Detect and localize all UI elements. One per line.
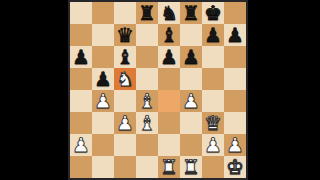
square-a4[interactable] [70,90,92,112]
square-g1[interactable] [202,156,224,178]
white-king-h1[interactable]: ♚ [224,156,246,178]
white-rook-f1[interactable]: ♜ [180,156,202,178]
square-b3[interactable] [92,112,114,134]
white-pawn-c3[interactable]: ♟ [114,112,136,134]
black-pawn-a6[interactable]: ♟ [70,46,92,68]
square-c3[interactable]: ♟ [114,112,136,134]
square-d8[interactable]: ♜ [136,2,158,24]
square-e4[interactable] [158,90,180,112]
square-a6[interactable]: ♟ [70,46,92,68]
square-h2[interactable]: ♟ [224,134,246,156]
square-a1[interactable] [70,156,92,178]
black-rook-f8[interactable]: ♜ [180,2,202,24]
chess-board-frame: ♜♞♜♚♛♝♟♟♟♝♟♟♟♞♟♝♟♟♝♛♟♟♟♜♜♚ [68,0,248,180]
square-h1[interactable]: ♚ [224,156,246,178]
square-h6[interactable] [224,46,246,68]
square-d5[interactable] [136,68,158,90]
white-queen-g3[interactable]: ♛ [202,112,224,134]
square-d2[interactable] [136,134,158,156]
black-bishop-e7[interactable]: ♝ [158,24,180,46]
square-f3[interactable] [180,112,202,134]
square-e6[interactable]: ♟ [158,46,180,68]
white-bishop-d3[interactable]: ♝ [136,112,158,134]
square-d4[interactable]: ♝ [136,90,158,112]
white-pawn-g2[interactable]: ♟ [202,134,224,156]
white-pawn-h2[interactable]: ♟ [224,134,246,156]
white-pawn-f4[interactable]: ♟ [180,90,202,112]
square-e7[interactable]: ♝ [158,24,180,46]
square-f4[interactable]: ♟ [180,90,202,112]
square-d3[interactable]: ♝ [136,112,158,134]
white-pawn-a2[interactable]: ♟ [70,134,92,156]
square-h7[interactable]: ♟ [224,24,246,46]
square-c2[interactable] [114,134,136,156]
black-bishop-c6[interactable]: ♝ [114,46,136,68]
square-h4[interactable] [224,90,246,112]
square-f7[interactable] [180,24,202,46]
square-c5[interactable]: ♞ [114,68,136,90]
square-g3[interactable]: ♛ [202,112,224,134]
square-a8[interactable] [70,2,92,24]
black-queen-c7[interactable]: ♛ [114,24,136,46]
square-f1[interactable]: ♜ [180,156,202,178]
square-c6[interactable]: ♝ [114,46,136,68]
square-h3[interactable] [224,112,246,134]
square-d6[interactable] [136,46,158,68]
square-d1[interactable] [136,156,158,178]
square-e8[interactable]: ♞ [158,2,180,24]
square-e5[interactable] [158,68,180,90]
square-f6[interactable]: ♟ [180,46,202,68]
square-a5[interactable] [70,68,92,90]
black-king-g8[interactable]: ♚ [202,2,224,24]
square-g7[interactable]: ♟ [202,24,224,46]
square-g5[interactable] [202,68,224,90]
square-b4[interactable]: ♟ [92,90,114,112]
square-g6[interactable] [202,46,224,68]
square-g8[interactable]: ♚ [202,2,224,24]
square-a7[interactable] [70,24,92,46]
black-pawn-e6[interactable]: ♟ [158,46,180,68]
black-pawn-g7[interactable]: ♟ [202,24,224,46]
square-e2[interactable] [158,134,180,156]
white-rook-e1[interactable]: ♜ [158,156,180,178]
square-g4[interactable] [202,90,224,112]
square-b5[interactable]: ♟ [92,68,114,90]
video-frame: ♜♞♜♚♛♝♟♟♟♝♟♟♟♞♟♝♟♟♝♛♟♟♟♜♜♚ [0,0,320,180]
white-knight-c5[interactable]: ♞ [114,68,136,90]
square-a2[interactable]: ♟ [70,134,92,156]
chess-board: ♜♞♜♚♛♝♟♟♟♝♟♟♟♞♟♝♟♟♝♛♟♟♟♜♜♚ [70,2,246,178]
square-c1[interactable] [114,156,136,178]
square-b6[interactable] [92,46,114,68]
square-g2[interactable]: ♟ [202,134,224,156]
square-h5[interactable] [224,68,246,90]
black-pawn-h7[interactable]: ♟ [224,24,246,46]
square-e1[interactable]: ♜ [158,156,180,178]
white-bishop-d4[interactable]: ♝ [136,90,158,112]
square-e3[interactable] [158,112,180,134]
square-c8[interactable] [114,2,136,24]
square-d7[interactable] [136,24,158,46]
square-f5[interactable] [180,68,202,90]
square-f8[interactable]: ♜ [180,2,202,24]
square-f2[interactable] [180,134,202,156]
square-b2[interactable] [92,134,114,156]
square-b8[interactable] [92,2,114,24]
square-b1[interactable] [92,156,114,178]
white-pawn-b4[interactable]: ♟ [92,90,114,112]
square-h8[interactable] [224,2,246,24]
square-b7[interactable] [92,24,114,46]
square-c4[interactable] [114,90,136,112]
black-pawn-f6[interactable]: ♟ [180,46,202,68]
black-pawn-b5[interactable]: ♟ [92,68,114,90]
black-rook-d8[interactable]: ♜ [136,2,158,24]
square-a3[interactable] [70,112,92,134]
black-knight-e8[interactable]: ♞ [158,2,180,24]
square-c7[interactable]: ♛ [114,24,136,46]
